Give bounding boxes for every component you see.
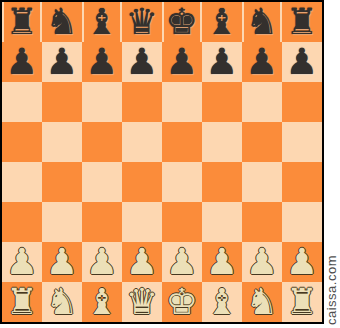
square-g3[interactable]: [242, 202, 282, 242]
square-c3[interactable]: [82, 202, 122, 242]
black-king: ♚: [166, 2, 198, 42]
square-e7[interactable]: ♟: [162, 42, 202, 82]
square-h8[interactable]: ♜: [282, 2, 322, 42]
white-pawn: ♟: [86, 242, 118, 282]
square-e8[interactable]: ♚: [162, 2, 202, 42]
black-pawn: ♟: [86, 42, 118, 82]
square-d7[interactable]: ♟: [122, 42, 162, 82]
square-e6[interactable]: [162, 82, 202, 122]
square-f8[interactable]: ♝: [202, 2, 242, 42]
square-b1[interactable]: ♞: [42, 282, 82, 322]
square-g4[interactable]: [242, 162, 282, 202]
white-pawn: ♟: [166, 242, 198, 282]
square-e2[interactable]: ♟: [162, 242, 202, 282]
square-b7[interactable]: ♟: [42, 42, 82, 82]
white-rook: ♜: [286, 282, 318, 322]
square-a4[interactable]: [2, 162, 42, 202]
black-pawn: ♟: [46, 42, 78, 82]
square-g2[interactable]: ♟: [242, 242, 282, 282]
square-c1[interactable]: ♝: [82, 282, 122, 322]
square-f5[interactable]: [202, 122, 242, 162]
black-rook: ♜: [6, 2, 38, 42]
square-h1[interactable]: ♜: [282, 282, 322, 322]
square-d3[interactable]: [122, 202, 162, 242]
square-e5[interactable]: [162, 122, 202, 162]
square-b2[interactable]: ♟: [42, 242, 82, 282]
black-pawn: ♟: [286, 42, 318, 82]
square-d1[interactable]: ♛: [122, 282, 162, 322]
white-bishop: ♝: [206, 282, 238, 322]
black-pawn: ♟: [206, 42, 238, 82]
square-c8[interactable]: ♝: [82, 2, 122, 42]
square-b5[interactable]: [42, 122, 82, 162]
square-c7[interactable]: ♟: [82, 42, 122, 82]
white-pawn: ♟: [206, 242, 238, 282]
square-g8[interactable]: ♞: [242, 2, 282, 42]
white-bishop: ♝: [86, 282, 118, 322]
white-king: ♚: [166, 282, 198, 322]
black-pawn: ♟: [166, 42, 198, 82]
square-d2[interactable]: ♟: [122, 242, 162, 282]
square-c5[interactable]: [82, 122, 122, 162]
square-b3[interactable]: [42, 202, 82, 242]
square-h2[interactable]: ♟: [282, 242, 322, 282]
square-g7[interactable]: ♟: [242, 42, 282, 82]
square-d6[interactable]: [122, 82, 162, 122]
square-f6[interactable]: [202, 82, 242, 122]
square-d8[interactable]: ♛: [122, 2, 162, 42]
square-d5[interactable]: [122, 122, 162, 162]
square-f3[interactable]: [202, 202, 242, 242]
square-a3[interactable]: [2, 202, 42, 242]
square-b8[interactable]: ♞: [42, 2, 82, 42]
square-f1[interactable]: ♝: [202, 282, 242, 322]
square-c6[interactable]: [82, 82, 122, 122]
white-knight: ♞: [246, 282, 278, 322]
black-knight: ♞: [246, 2, 278, 42]
black-bishop: ♝: [206, 2, 238, 42]
square-g5[interactable]: [242, 122, 282, 162]
black-bishop: ♝: [86, 2, 118, 42]
watermark-caissa: caissa.com: [324, 255, 339, 325]
square-h4[interactable]: [282, 162, 322, 202]
square-h3[interactable]: [282, 202, 322, 242]
square-h5[interactable]: [282, 122, 322, 162]
square-b4[interactable]: [42, 162, 82, 202]
square-c4[interactable]: [82, 162, 122, 202]
square-g1[interactable]: ♞: [242, 282, 282, 322]
square-d4[interactable]: [122, 162, 162, 202]
square-a5[interactable]: [2, 122, 42, 162]
white-rook: ♜: [6, 282, 38, 322]
square-h7[interactable]: ♟: [282, 42, 322, 82]
square-a2[interactable]: ♟: [2, 242, 42, 282]
square-e4[interactable]: [162, 162, 202, 202]
white-knight: ♞: [46, 282, 78, 322]
square-b6[interactable]: [42, 82, 82, 122]
black-rook: ♜: [286, 2, 318, 42]
chess-board: ♜♞♝♛♚♝♞♜♟♟♟♟♟♟♟♟♟♟♟♟♟♟♟♟♜♞♝♛♚♝♞♜: [0, 0, 324, 324]
white-pawn: ♟: [6, 242, 38, 282]
black-pawn: ♟: [126, 42, 158, 82]
black-pawn: ♟: [246, 42, 278, 82]
square-e1[interactable]: ♚: [162, 282, 202, 322]
square-f2[interactable]: ♟: [202, 242, 242, 282]
black-queen: ♛: [126, 2, 158, 42]
white-pawn: ♟: [286, 242, 318, 282]
square-e3[interactable]: [162, 202, 202, 242]
square-f7[interactable]: ♟: [202, 42, 242, 82]
square-a6[interactable]: [2, 82, 42, 122]
white-pawn: ♟: [246, 242, 278, 282]
square-a1[interactable]: ♜: [2, 282, 42, 322]
square-a8[interactable]: ♜: [2, 2, 42, 42]
white-pawn: ♟: [126, 242, 158, 282]
square-g6[interactable]: [242, 82, 282, 122]
black-pawn: ♟: [6, 42, 38, 82]
white-queen: ♛: [126, 282, 158, 322]
square-h6[interactable]: [282, 82, 322, 122]
square-c2[interactable]: ♟: [82, 242, 122, 282]
black-knight: ♞: [46, 2, 78, 42]
square-a7[interactable]: ♟: [2, 42, 42, 82]
square-f4[interactable]: [202, 162, 242, 202]
white-pawn: ♟: [46, 242, 78, 282]
